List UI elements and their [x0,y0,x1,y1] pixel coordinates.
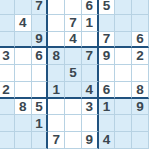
cell-r6c2[interactable] [15,82,32,99]
cell-r8c7[interactable] [99,115,116,132]
cell-r2c1[interactable] [0,15,15,32]
cell-r5c7[interactable] [99,65,116,82]
cell-r4c9[interactable]: 2 [132,48,149,65]
cell-r9c2[interactable] [15,132,32,149]
cell-r6c6[interactable]: 4 [82,82,99,99]
cell-r9c3[interactable] [32,132,49,149]
cell-r1c9[interactable] [132,0,149,15]
cell-r7c6[interactable]: 3 [82,99,99,116]
cell-r5c2[interactable] [15,65,32,82]
cell-r7c5[interactable] [65,99,82,116]
cell-r2c8[interactable] [115,15,132,32]
cell-r2c2[interactable]: 4 [15,15,32,32]
cell-r2c4[interactable] [48,15,65,32]
cell-r4c7[interactable]: 9 [99,48,116,65]
cell-r8c4[interactable] [48,115,65,132]
cell-r4c2[interactable] [15,48,32,65]
cell-r8c5[interactable] [65,115,82,132]
cell-r9c9[interactable] [132,132,149,149]
cell-r1c3[interactable]: 7 [32,0,49,15]
cell-r2c5[interactable]: 7 [65,15,82,32]
cell-r6c9[interactable]: 8 [132,82,149,99]
cell-r6c5[interactable] [65,82,82,99]
cell-r8c3[interactable]: 1 [32,115,49,132]
cell-r9c8[interactable] [115,132,132,149]
cell-r6c1[interactable]: 2 [0,82,15,99]
cell-r7c1[interactable] [0,99,15,116]
cell-r2c6[interactable]: 1 [82,15,99,32]
cell-r9c5[interactable] [65,132,82,149]
cell-r5c4[interactable] [48,65,65,82]
cell-r5c9[interactable] [132,65,149,82]
cell-r3c2[interactable] [15,32,32,49]
cell-r4c6[interactable]: 7 [82,48,99,65]
cell-r9c6[interactable]: 9 [82,132,99,149]
cell-r5c5[interactable]: 5 [65,65,82,82]
sudoku-board: 7654719476368792521468853191794 [0,0,149,149]
cell-r3c5[interactable]: 4 [65,32,82,49]
cell-r4c8[interactable] [115,48,132,65]
cell-r1c2[interactable] [15,0,32,15]
cell-r7c9[interactable]: 9 [132,99,149,116]
cell-r3c7[interactable]: 7 [99,32,116,49]
cell-r1c4[interactable] [48,0,65,15]
cell-r7c2[interactable]: 8 [15,99,32,116]
cell-r1c8[interactable] [115,0,132,15]
cell-r8c1[interactable] [0,115,15,132]
cell-r3c8[interactable] [115,32,132,49]
cell-r6c7[interactable]: 6 [99,82,116,99]
cell-r7c8[interactable] [115,99,132,116]
cell-r6c3[interactable] [32,82,49,99]
cell-r4c3[interactable]: 6 [32,48,49,65]
cell-r1c1[interactable] [0,0,15,15]
cell-r3c1[interactable] [0,32,15,49]
cell-r5c6[interactable] [82,65,99,82]
cell-r2c3[interactable] [32,15,49,32]
cell-r1c6[interactable]: 6 [82,0,99,15]
cell-r9c1[interactable] [0,132,15,149]
cell-r1c5[interactable] [65,0,82,15]
cell-r2c7[interactable] [99,15,116,32]
cell-r3c3[interactable]: 9 [32,32,49,49]
cell-r8c2[interactable] [15,115,32,132]
cell-r7c3[interactable]: 5 [32,99,49,116]
cell-r3c4[interactable] [48,32,65,49]
cell-r8c8[interactable] [115,115,132,132]
cell-r1c7[interactable]: 5 [99,0,116,15]
cell-r4c4[interactable]: 8 [48,48,65,65]
cell-r6c4[interactable]: 1 [48,82,65,99]
cell-r7c4[interactable] [48,99,65,116]
cell-r5c3[interactable] [32,65,49,82]
cell-r5c8[interactable] [115,65,132,82]
cell-r6c8[interactable] [115,82,132,99]
cell-r3c9[interactable]: 6 [132,32,149,49]
cell-r8c9[interactable] [132,115,149,132]
cell-r9c7[interactable]: 4 [99,132,116,149]
cell-r8c6[interactable] [82,115,99,132]
cell-r4c5[interactable] [65,48,82,65]
cell-r4c1[interactable]: 3 [0,48,15,65]
cell-r2c9[interactable] [132,15,149,32]
cell-r7c7[interactable]: 1 [99,99,116,116]
cell-r3c6[interactable] [82,32,99,49]
cell-r5c1[interactable] [0,65,15,82]
cell-r9c4[interactable]: 7 [48,132,65,149]
